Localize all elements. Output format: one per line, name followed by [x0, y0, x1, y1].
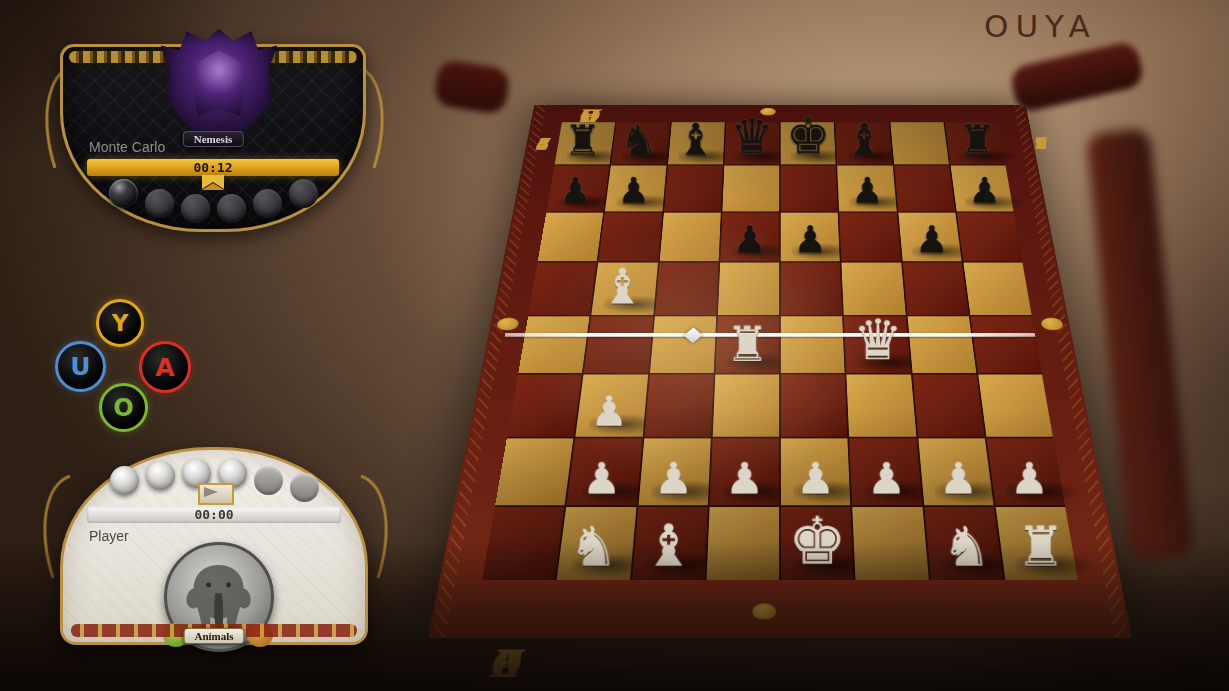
white-army-banner: Animals [183, 628, 244, 644]
square-g2[interactable]: ♟ [918, 438, 993, 505]
midline-dot-top [760, 108, 776, 116]
square-f5[interactable] [842, 262, 906, 315]
rank-label-right-5: 5 [1025, 122, 1058, 165]
controller-button-o[interactable]: O [99, 383, 148, 432]
black-bishop-f8[interactable]: ♝ [837, 117, 892, 161]
square-h7[interactable]: ♟ [950, 166, 1013, 211]
file-label-a: A [463, 636, 550, 691]
rank-label-right-7: 7 [1025, 122, 1058, 165]
file-label-h: H [463, 636, 550, 691]
square-d2[interactable]: ♟ [709, 438, 779, 505]
midline-dot-right [1040, 318, 1064, 331]
piece-shadow [1014, 553, 1098, 579]
black-player-panel: Nemesis Monte Carlo 00:12 [60, 44, 366, 232]
square-e1[interactable]: ♚ [781, 507, 854, 580]
white-pawn-b3[interactable]: ♟ [576, 390, 642, 432]
black-clock: 00:12 [87, 159, 339, 176]
rank-label-4: 4 [527, 122, 560, 165]
square-c4[interactable] [650, 316, 716, 373]
white-queen-f4[interactable]: ♛ [846, 313, 910, 369]
black-king-e8[interactable]: ♚ [781, 112, 836, 162]
white-bishop-b5[interactable]: ♝ [592, 262, 653, 311]
rank-label-right-2: 2 [1025, 122, 1058, 165]
square-g4[interactable] [907, 316, 976, 373]
square-g7[interactable] [894, 166, 955, 211]
square-h5[interactable] [963, 262, 1031, 315]
square-g3[interactable] [912, 375, 984, 437]
ouya-logo: OUYA [984, 8, 1097, 44]
black-pawn-h7[interactable]: ♟ [956, 172, 1013, 208]
file-label-g: G [463, 636, 550, 691]
file-label-d: D [463, 636, 550, 691]
square-h6[interactable] [957, 212, 1023, 261]
rank-label-3: 3 [527, 122, 560, 165]
square-a6[interactable] [538, 212, 604, 261]
square-g5[interactable] [902, 262, 968, 315]
white-pawn-g2[interactable]: ♟ [923, 456, 992, 499]
rank-label-2: 2 [527, 122, 560, 165]
chess-board: ♜♞♝♛♚♝♜♟♟♟♟♟♟♟♝♜♛♟♟♟♟♟♟♟♟♞♝♚♞♜ [482, 122, 1078, 580]
square-e6[interactable]: ♟ [781, 212, 840, 261]
square-e7[interactable] [781, 166, 838, 211]
controller-button-a[interactable]: A [139, 341, 191, 393]
square-a8[interactable]: ♜ [555, 122, 616, 164]
square-c3[interactable] [644, 375, 713, 437]
square-d8[interactable]: ♛ [724, 122, 779, 164]
white-pawn-f2[interactable]: ♟ [852, 456, 921, 499]
controller-button-y[interactable]: Y [96, 299, 144, 347]
square-h3[interactable] [978, 375, 1053, 437]
white-stone-slot-1-filled [110, 466, 139, 495]
square-g1[interactable]: ♞ [924, 507, 1003, 580]
rank-label-right-3: 3 [1025, 122, 1058, 165]
white-king-e1[interactable]: ♚ [781, 509, 854, 575]
square-b2[interactable]: ♟ [567, 438, 642, 505]
black-stone-slot-1-filled [109, 179, 138, 208]
hourglass-icon [202, 175, 224, 190]
black-rook-a8[interactable]: ♜ [555, 120, 610, 162]
file-label-b: B [463, 636, 550, 691]
square-c1[interactable]: ♝ [632, 507, 708, 580]
white-player-name: Player [89, 528, 129, 544]
white-pawn-e2[interactable]: ♟ [781, 456, 850, 499]
black-knight-b8[interactable]: ♞ [612, 120, 667, 162]
square-g6[interactable]: ♟ [898, 212, 961, 261]
rank-label-6: 6 [527, 122, 560, 165]
square-d7[interactable] [722, 166, 779, 211]
black-stone-slot-2-empty [145, 189, 174, 218]
black-queen-d8[interactable]: ♛ [724, 113, 779, 161]
black-stone-slot-5-empty [253, 189, 282, 218]
white-stone-slot-5-empty [254, 466, 283, 495]
square-h1[interactable]: ♜ [995, 507, 1077, 580]
square-f4[interactable]: ♛ [844, 316, 910, 373]
piece-shadow [964, 194, 1029, 210]
white-player-panel: 00:00 Player Animals [60, 447, 368, 645]
square-b6[interactable] [599, 212, 662, 261]
black-player-name: Monte Carlo [89, 139, 165, 155]
square-f1[interactable] [852, 507, 928, 580]
controller-button-u[interactable]: U [55, 341, 106, 392]
rank-label-right-6: 6 [1025, 122, 1058, 165]
white-clock: 00:00 [87, 506, 341, 523]
square-b4[interactable] [584, 316, 653, 373]
square-f7[interactable]: ♟ [837, 166, 896, 211]
flag-icon [198, 483, 234, 505]
square-c8[interactable]: ♝ [668, 122, 725, 164]
black-stone-slot-6-empty [289, 179, 318, 208]
midline-dot-left [496, 318, 520, 331]
square-e8[interactable]: ♚ [781, 122, 836, 164]
black-rook-h8[interactable]: ♜ [950, 120, 1005, 162]
file-label-c: C [463, 636, 550, 691]
rank-label-right-1: 1 [1025, 122, 1058, 165]
white-pawn-h2[interactable]: ♟ [995, 456, 1064, 499]
black-pawn-d6[interactable]: ♟ [720, 220, 779, 257]
black-pawn-e6[interactable]: ♟ [781, 220, 840, 257]
square-d5[interactable] [718, 262, 780, 315]
rank-label-right-8: 8 [1025, 122, 1058, 165]
black-army-banner: Nemesis [183, 131, 244, 147]
square-a3[interactable] [507, 375, 582, 437]
square-g8[interactable] [890, 122, 949, 164]
square-d3[interactable] [712, 375, 779, 437]
rank-label-right-4: 4 [1025, 122, 1058, 165]
rank-label-7: 7 [527, 122, 560, 165]
nemesis-crest-emblem [189, 50, 249, 116]
midline-dot-bottom [752, 604, 776, 620]
black-pawn-g6[interactable]: ♟ [902, 220, 961, 257]
black-pawn-a7[interactable]: ♟ [547, 172, 604, 208]
square-f6[interactable] [839, 212, 900, 261]
black-pawn-f7[interactable]: ♟ [839, 172, 896, 208]
square-b5[interactable]: ♝ [591, 262, 657, 315]
white-stone-slot-2-filled [146, 461, 175, 490]
white-rook-h1[interactable]: ♜ [1004, 519, 1077, 574]
black-stone-slot-3-empty [181, 194, 210, 223]
rank-label-1: 1 [527, 122, 560, 165]
piece-shadow [1004, 480, 1084, 503]
square-e4[interactable] [781, 316, 845, 373]
square-b1[interactable]: ♞ [557, 507, 636, 580]
board-frame: 87654321 87654321 ABCDEFGH ABCDEFGH ♜♞♝♛… [428, 105, 1132, 638]
black-pawn-b7[interactable]: ♟ [606, 172, 663, 208]
square-c5[interactable] [655, 262, 719, 315]
white-pawn-d2[interactable]: ♟ [710, 456, 779, 499]
square-a5[interactable] [528, 262, 596, 315]
square-d1[interactable] [706, 507, 779, 580]
square-f3[interactable] [847, 375, 916, 437]
square-c6[interactable] [659, 212, 720, 261]
file-label-e: E [463, 636, 550, 691]
white-pawn-c2[interactable]: ♟ [639, 456, 708, 499]
square-c2[interactable]: ♟ [638, 438, 711, 505]
midline-rule [505, 333, 1036, 337]
piece-shadow [958, 149, 1021, 164]
chess-board-scene: 87654321 87654321 ABCDEFGH ABCDEFGH ♜♞♝♛… [402, 84, 1158, 644]
black-stone-slot-4-empty [217, 194, 246, 223]
square-b7[interactable]: ♟ [605, 166, 666, 211]
rank-label-5: 5 [527, 122, 560, 165]
white-rook-d4[interactable]: ♜ [715, 320, 779, 368]
white-knight-g1[interactable]: ♞ [930, 519, 1003, 574]
square-f8[interactable]: ♝ [835, 122, 892, 164]
white-stone-slot-6-empty [290, 473, 319, 502]
square-c7[interactable] [664, 166, 723, 211]
nemesis-crest [161, 29, 277, 147]
square-b3[interactable]: ♟ [576, 375, 648, 437]
rank-label-8: 8 [527, 122, 560, 165]
white-bishop-c1[interactable]: ♝ [632, 516, 705, 574]
square-d6[interactable]: ♟ [720, 212, 779, 261]
square-h2[interactable]: ♟ [986, 438, 1064, 505]
square-h8[interactable]: ♜ [945, 122, 1006, 164]
square-h4[interactable] [970, 316, 1041, 373]
square-e3[interactable] [781, 375, 848, 437]
black-bishop-c8[interactable]: ♝ [668, 117, 723, 161]
white-pawn-b2[interactable]: ♟ [567, 456, 636, 499]
square-b8[interactable]: ♞ [611, 122, 670, 164]
square-d4[interactable]: ♜ [715, 316, 779, 373]
square-a7[interactable]: ♟ [547, 166, 610, 211]
square-e2[interactable]: ♟ [781, 438, 851, 505]
square-a2[interactable] [495, 438, 573, 505]
square-e5[interactable] [781, 262, 843, 315]
square-a4[interactable] [518, 316, 589, 373]
file-label-f: F [463, 636, 550, 691]
square-a1[interactable] [482, 507, 564, 580]
square-f2[interactable]: ♟ [849, 438, 922, 505]
white-knight-b1[interactable]: ♞ [558, 519, 631, 574]
